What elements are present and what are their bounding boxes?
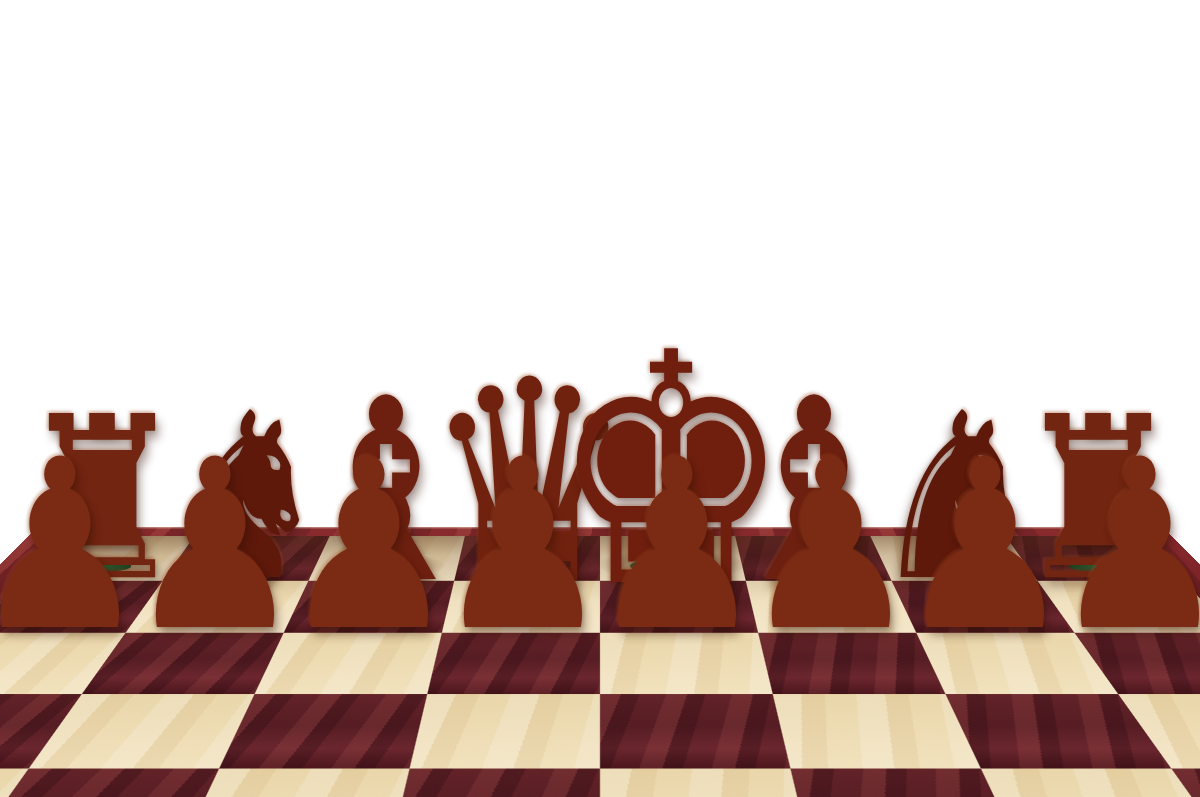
pawn-glyph: ♟ [434,428,611,663]
pawn-glyph: ♟ [743,428,920,663]
pieces-layer: ♜♞♝♛♚♝♞♜♟♟♟♟♟♟♟♟ [0,0,1200,797]
photo-scene: ♜♞♝♛♚♝♞♜♟♟♟♟♟♟♟♟ [0,0,1200,797]
pawn-glyph: ♟ [1051,428,1200,663]
pawn-glyph: ♟ [897,428,1074,663]
pawn-glyph: ♟ [589,428,766,663]
pawn-glyph: ♟ [126,428,303,663]
pawn-glyph: ♟ [280,428,457,663]
photo-canvas: ♜♞♝♛♚♝♞♜♟♟♟♟♟♟♟♟ [0,0,1200,797]
